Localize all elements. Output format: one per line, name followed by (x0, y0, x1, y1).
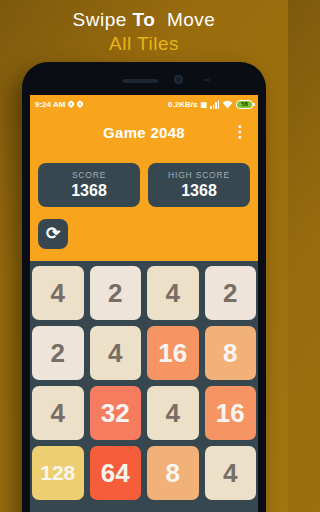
promo-word-to: To (133, 9, 156, 30)
app-bar: Game 2048 ⋮ (30, 113, 258, 151)
board-grid[interactable]: 4242241684324161286484 (32, 266, 256, 500)
tile-4: 4 (90, 326, 142, 380)
restart-button[interactable]: ⟳ (38, 219, 68, 249)
tile-2: 2 (90, 266, 142, 320)
tile-4: 4 (32, 386, 84, 440)
toolbar-row: ⟳ (38, 219, 250, 249)
high-score-value: 1368 (181, 182, 217, 200)
tile-64: 64 (90, 446, 142, 500)
tile-16: 16 (205, 386, 257, 440)
promo-word-move: Move (167, 9, 215, 30)
front-camera (174, 75, 183, 84)
high-score-card: HIGH SCORE 1368 (148, 163, 250, 207)
clock-text: 9:24 AM (35, 100, 65, 109)
location-icon (67, 100, 75, 108)
tile-32: 32 (90, 386, 142, 440)
location-icon-2 (76, 100, 84, 108)
board-panel: 4242241684324161286484 (30, 261, 258, 512)
score-card: SCORE 1368 (38, 163, 140, 207)
promo-line1: Swipe To Move (0, 8, 288, 32)
status-left: 9:24 AM (35, 100, 83, 109)
tile-2: 2 (32, 326, 84, 380)
promo-banner: Swipe To Move All Tiles (0, 0, 288, 56)
promo-word-swipe: Swipe (73, 9, 127, 30)
battery-icon: 58 (236, 100, 253, 109)
promo-line2: All Tiles (0, 32, 288, 56)
phone-frame: 9:24 AM 0.2KB/s ▦ 58 Game 2048 ⋮ SCORE (22, 62, 266, 512)
score-label: SCORE (72, 170, 106, 180)
phone-top-bezel (30, 62, 258, 95)
signal-icon (210, 100, 219, 109)
tile-128: 128 (32, 446, 84, 500)
status-right: 0.2KB/s ▦ 58 (168, 100, 253, 109)
net-speed-text: 0.2KB/s (168, 100, 197, 109)
tile-16: 16 (147, 326, 199, 380)
phone-screen: 9:24 AM 0.2KB/s ▦ 58 Game 2048 ⋮ SCORE (30, 95, 258, 512)
tile-2: 2 (205, 266, 257, 320)
volte-icon: ▦ (200, 101, 207, 108)
tile-8: 8 (147, 446, 199, 500)
tile-4: 4 (32, 266, 84, 320)
tile-8: 8 (205, 326, 257, 380)
overflow-menu-icon[interactable]: ⋮ (232, 124, 248, 140)
status-bar: 9:24 AM 0.2KB/s ▦ 58 (30, 95, 258, 113)
tile-4: 4 (147, 266, 199, 320)
speaker-slot (122, 79, 158, 83)
proximity-sensor (204, 79, 210, 81)
tile-4: 4 (147, 386, 199, 440)
tile-4: 4 (205, 446, 257, 500)
score-row: SCORE 1368 HIGH SCORE 1368 (38, 163, 250, 207)
wifi-icon (222, 100, 233, 109)
high-score-label: HIGH SCORE (168, 170, 230, 180)
score-value: 1368 (71, 182, 107, 200)
app-title: Game 2048 (103, 124, 185, 141)
